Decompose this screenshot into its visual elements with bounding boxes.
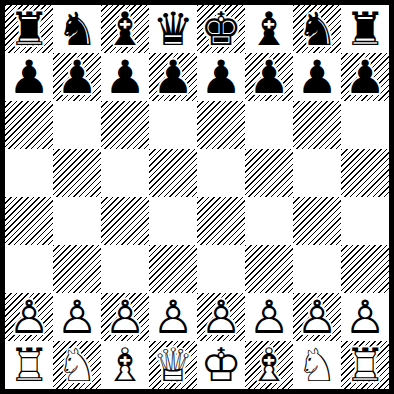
black-pawn-halo: ♟ (101, 53, 149, 101)
square-d5[interactable] (149, 149, 197, 197)
black-rook: ♜ (341, 5, 389, 53)
black-bishop-halo: ♝ (101, 5, 149, 53)
white-bishop-halo: ♝ (101, 341, 149, 389)
chess-board: ♜♜♞♞♝♝♛♛♚♚♝♝♞♞♜♜♟♟♟♟♟♟♟♟♟♟♟♟♟♟♟♟♟♙♟♙♟♙♟♙… (5, 5, 389, 389)
white-queen-halo: ♛ (149, 341, 197, 389)
white-bishop: ♗ (101, 341, 149, 389)
square-b4[interactable] (53, 197, 101, 245)
square-a5[interactable] (5, 149, 53, 197)
square-e4[interactable] (197, 197, 245, 245)
square-f1[interactable]: ♝♗ (245, 341, 293, 389)
black-pawn-halo: ♟ (53, 53, 101, 101)
square-d2[interactable]: ♟♙ (149, 293, 197, 341)
white-bishop: ♗ (245, 341, 293, 389)
square-e5[interactable] (197, 149, 245, 197)
square-c1[interactable]: ♝♗ (101, 341, 149, 389)
square-f7[interactable]: ♟♟ (245, 53, 293, 101)
white-pawn-halo: ♟ (53, 293, 101, 341)
square-c6[interactable] (101, 101, 149, 149)
square-e7[interactable]: ♟♟ (197, 53, 245, 101)
white-pawn: ♙ (149, 293, 197, 341)
black-pawn-halo: ♟ (5, 53, 53, 101)
square-h4[interactable] (341, 197, 389, 245)
white-pawn: ♙ (197, 293, 245, 341)
white-rook: ♖ (341, 341, 389, 389)
square-c8[interactable]: ♝♝ (101, 5, 149, 53)
white-king: ♔ (197, 341, 245, 389)
square-b8[interactable]: ♞♞ (53, 5, 101, 53)
white-rook: ♖ (5, 341, 53, 389)
black-pawn-halo: ♟ (245, 53, 293, 101)
white-pawn: ♙ (5, 293, 53, 341)
white-pawn: ♙ (341, 293, 389, 341)
square-b1[interactable]: ♞♘ (53, 341, 101, 389)
square-b2[interactable]: ♟♙ (53, 293, 101, 341)
square-b5[interactable] (53, 149, 101, 197)
square-f2[interactable]: ♟♙ (245, 293, 293, 341)
square-h3[interactable] (341, 245, 389, 293)
square-g2[interactable]: ♟♙ (293, 293, 341, 341)
black-pawn: ♟ (293, 53, 341, 101)
black-pawn-halo: ♟ (293, 53, 341, 101)
black-pawn: ♟ (245, 53, 293, 101)
square-e8[interactable]: ♚♚ (197, 5, 245, 53)
black-pawn: ♟ (101, 53, 149, 101)
square-b7[interactable]: ♟♟ (53, 53, 101, 101)
square-d4[interactable] (149, 197, 197, 245)
square-f5[interactable] (245, 149, 293, 197)
black-pawn-halo: ♟ (197, 53, 245, 101)
black-pawn: ♟ (53, 53, 101, 101)
black-queen: ♛ (149, 5, 197, 53)
white-king-halo: ♚ (197, 341, 245, 389)
square-c7[interactable]: ♟♟ (101, 53, 149, 101)
square-g7[interactable]: ♟♟ (293, 53, 341, 101)
square-c4[interactable] (101, 197, 149, 245)
square-a8[interactable]: ♜♜ (5, 5, 53, 53)
square-h7[interactable]: ♟♟ (341, 53, 389, 101)
black-queen-halo: ♛ (149, 5, 197, 53)
black-pawn: ♟ (5, 53, 53, 101)
square-f3[interactable] (245, 245, 293, 293)
square-d6[interactable] (149, 101, 197, 149)
black-pawn-halo: ♟ (341, 53, 389, 101)
square-h5[interactable] (341, 149, 389, 197)
white-pawn-halo: ♟ (149, 293, 197, 341)
square-h1[interactable]: ♜♖ (341, 341, 389, 389)
square-a2[interactable]: ♟♙ (5, 293, 53, 341)
square-a4[interactable] (5, 197, 53, 245)
square-g3[interactable] (293, 245, 341, 293)
black-knight: ♞ (293, 5, 341, 53)
square-h2[interactable]: ♟♙ (341, 293, 389, 341)
square-f6[interactable] (245, 101, 293, 149)
square-e2[interactable]: ♟♙ (197, 293, 245, 341)
black-rook-halo: ♜ (341, 5, 389, 53)
black-bishop: ♝ (101, 5, 149, 53)
white-pawn: ♙ (293, 293, 341, 341)
white-pawn-halo: ♟ (5, 293, 53, 341)
white-pawn: ♙ (245, 293, 293, 341)
black-bishop: ♝ (245, 5, 293, 53)
white-pawn-halo: ♟ (101, 293, 149, 341)
white-queen: ♕ (149, 341, 197, 389)
black-knight: ♞ (53, 5, 101, 53)
square-h8[interactable]: ♜♜ (341, 5, 389, 53)
white-rook-halo: ♜ (5, 341, 53, 389)
square-a1[interactable]: ♜♖ (5, 341, 53, 389)
white-pawn-halo: ♟ (341, 293, 389, 341)
square-h6[interactable] (341, 101, 389, 149)
square-g5[interactable] (293, 149, 341, 197)
white-knight: ♘ (53, 341, 101, 389)
white-rook-halo: ♜ (341, 341, 389, 389)
white-pawn-halo: ♟ (197, 293, 245, 341)
chess-board-frame: ♜♜♞♞♝♝♛♛♚♚♝♝♞♞♜♜♟♟♟♟♟♟♟♟♟♟♟♟♟♟♟♟♟♙♟♙♟♙♟♙… (0, 0, 394, 394)
black-pawn: ♟ (197, 53, 245, 101)
white-bishop-halo: ♝ (245, 341, 293, 389)
black-knight-halo: ♞ (293, 5, 341, 53)
black-king: ♚ (197, 5, 245, 53)
square-e6[interactable] (197, 101, 245, 149)
square-c3[interactable] (101, 245, 149, 293)
square-d8[interactable]: ♛♛ (149, 5, 197, 53)
square-f8[interactable]: ♝♝ (245, 5, 293, 53)
square-f4[interactable] (245, 197, 293, 245)
black-pawn-halo: ♟ (149, 53, 197, 101)
black-king-halo: ♚ (197, 5, 245, 53)
square-d7[interactable]: ♟♟ (149, 53, 197, 101)
square-c2[interactable]: ♟♙ (101, 293, 149, 341)
white-knight-halo: ♞ (53, 341, 101, 389)
white-pawn: ♙ (53, 293, 101, 341)
white-knight-halo: ♞ (293, 341, 341, 389)
white-knight: ♘ (293, 341, 341, 389)
square-g4[interactable] (293, 197, 341, 245)
black-bishop-halo: ♝ (245, 5, 293, 53)
square-e3[interactable] (197, 245, 245, 293)
square-g6[interactable] (293, 101, 341, 149)
white-pawn: ♙ (101, 293, 149, 341)
black-rook-halo: ♜ (5, 5, 53, 53)
square-b6[interactable] (53, 101, 101, 149)
square-e1[interactable]: ♚♔ (197, 341, 245, 389)
square-a3[interactable] (5, 245, 53, 293)
square-d1[interactable]: ♛♕ (149, 341, 197, 389)
square-b3[interactable] (53, 245, 101, 293)
square-g8[interactable]: ♞♞ (293, 5, 341, 53)
square-g1[interactable]: ♞♘ (293, 341, 341, 389)
black-pawn: ♟ (149, 53, 197, 101)
square-a7[interactable]: ♟♟ (5, 53, 53, 101)
black-rook: ♜ (5, 5, 53, 53)
square-c5[interactable] (101, 149, 149, 197)
white-pawn-halo: ♟ (293, 293, 341, 341)
black-knight-halo: ♞ (53, 5, 101, 53)
square-a6[interactable] (5, 101, 53, 149)
black-pawn: ♟ (341, 53, 389, 101)
white-pawn-halo: ♟ (245, 293, 293, 341)
square-d3[interactable] (149, 245, 197, 293)
